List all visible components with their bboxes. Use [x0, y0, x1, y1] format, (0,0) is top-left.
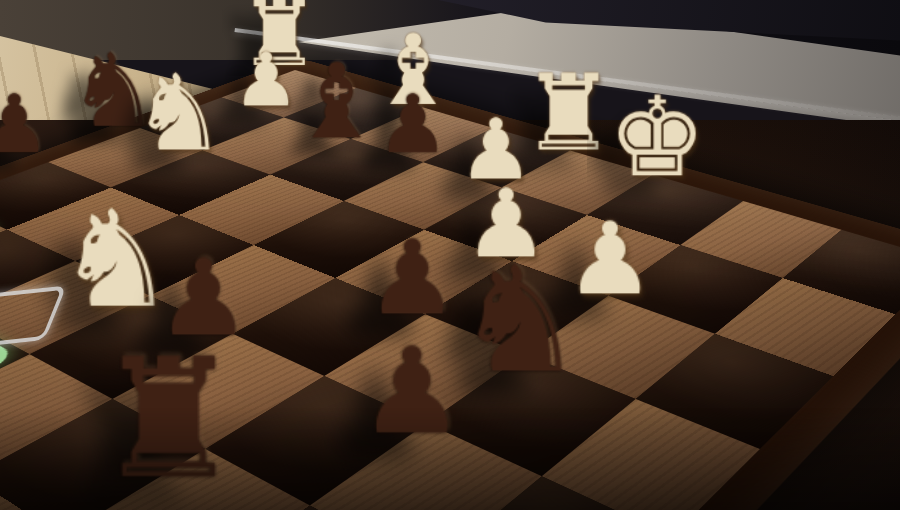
board-scene: ♜♝♜♚♟♝♟♟♞♞♟♟♟♟♞♛♝♞♟♟♚♜♛ — [0, 0, 900, 510]
black-knight-h3[interactable]: ♞ — [49, 20, 179, 162]
white-bishop-f1[interactable]: ♝ — [351, 2, 476, 138]
board-frame: ♜♝♜♚♟♝♟♟♞♞♟♟♟♟♞♛♝♞♟♟♚♜♛ — [0, 58, 900, 510]
chess-board[interactable]: ♜♝♜♚♟♝♟♟♞♞♟♟♟♟♞♛♝♞♟♟♚♜♛ — [0, 70, 900, 510]
black-pawn-h4[interactable]: ♟ — [0, 49, 83, 200]
chess-app-viewport: ♜♝♜♚♟♝♟♟♞♞♟♟♟♟♞♛♝♞♟♟♚♜♛ — [0, 0, 900, 510]
white-rook-h1[interactable]: ♜ — [222, 0, 338, 97]
